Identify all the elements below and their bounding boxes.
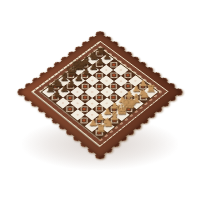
square-inlay-ornament — [81, 95, 88, 100]
square-inlay-ornament — [96, 95, 103, 100]
square-inlay-ornament — [110, 84, 117, 89]
square-inlay-ornament — [96, 118, 103, 124]
square-inlay-ornament — [125, 95, 132, 100]
piece-white-rook: ♜ — [146, 89, 156, 95]
square-inlay-ornament — [125, 106, 132, 112]
square-inlay-ornament — [96, 130, 103, 136]
square-inlay-ornament — [139, 95, 146, 100]
square-inlay-ornament — [110, 106, 117, 112]
square-inlay-ornament — [81, 106, 88, 112]
square-inlay-ornament — [96, 106, 103, 112]
square-inlay-ornament — [66, 106, 73, 112]
square-inlay-ornament — [139, 84, 146, 89]
square-inlay-ornament — [81, 84, 88, 89]
square-inlay-ornament — [125, 84, 132, 89]
square-inlay-ornament — [96, 73, 103, 78]
square-inlay-ornament — [81, 118, 88, 124]
chess-set-photo: ♜♞♝♛♚♝♞♜♟♟♟♟♟♟♟♟♟♟♟♟♟♟♟♟♜♞♝♛♚♝♞♜ — [0, 0, 200, 200]
square-inlay-ornament — [110, 73, 117, 78]
square-inlay-ornament — [124, 73, 131, 78]
square-inlay-ornament — [110, 118, 117, 124]
square-inlay-ornament — [110, 62, 117, 67]
square-inlay-ornament — [110, 95, 117, 100]
square-inlay-ornament — [96, 84, 103, 89]
